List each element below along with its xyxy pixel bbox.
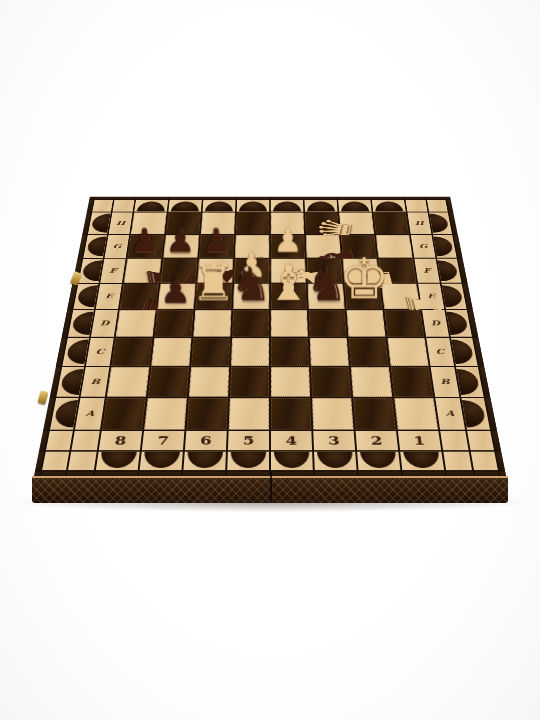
border-corner-cell [113, 200, 135, 211]
square-d4[interactable] [232, 310, 269, 337]
border-scallop-cell [451, 338, 478, 366]
scallop-motif [76, 286, 98, 308]
board-outer-edge [203, 197, 235, 200]
border-scallop-cell [372, 200, 406, 211]
rank-label-G: G [105, 235, 130, 258]
board-outer-edge [95, 197, 114, 200]
square-h2[interactable] [391, 367, 434, 397]
scallop-motif [446, 312, 469, 335]
board-outer-edge [35, 452, 44, 471]
scallop-motif [456, 369, 480, 395]
rank-label-C: C [426, 338, 454, 366]
chess-board: H♛HG♟♟♟♚♟♝GF♜♛♝♟♝♟♞FE♜♟♜♞♝♞♚♜EDDCCBBAA87… [34, 197, 506, 476]
border-scallop-cell [271, 200, 304, 211]
dark-pawn[interactable]: ♟ [202, 224, 231, 257]
rank-label-A: A [75, 398, 105, 429]
board-outer-edge [56, 338, 66, 366]
file-label-8: 8 [99, 431, 142, 450]
dark-pawn[interactable]: ♟ [160, 274, 191, 308]
rank-label-F: F [100, 259, 125, 283]
scallop-motif [462, 400, 487, 427]
file-label-7: 7 [142, 431, 185, 450]
file-label-2: 2 [356, 431, 399, 450]
scallop-motif [81, 260, 102, 281]
border-scallop-cell [437, 259, 461, 283]
square-g1[interactable] [353, 398, 396, 429]
brass-clasp-icon [37, 390, 48, 405]
border-scallop-cell [456, 367, 484, 397]
scallop-motif [438, 260, 459, 281]
border-scallop-cell [183, 452, 225, 471]
border-corner-cell [467, 431, 494, 450]
square-d3[interactable] [231, 338, 269, 366]
border-scallop-cell [88, 212, 111, 234]
square-g8[interactable]: ♛ [339, 212, 374, 234]
border-corner-cell [443, 452, 472, 471]
square-e4[interactable] [271, 310, 308, 337]
square-a5[interactable]: ♜ [120, 284, 159, 309]
border-scallop-cell [446, 310, 472, 337]
rank-label-D: D [91, 310, 118, 337]
border-corner-cell [92, 200, 113, 211]
square-c1[interactable] [186, 398, 228, 429]
scallop-motif [307, 202, 335, 212]
border-scallop-cell [442, 284, 467, 309]
border-scallop-cell [237, 200, 270, 211]
scallop-motif [239, 202, 267, 212]
border-corner-cell [46, 431, 73, 450]
scallop-motif [99, 452, 137, 468]
rank-label-C: C [86, 338, 114, 366]
rank-label-B: B [431, 367, 460, 397]
board-grid: H♛HG♟♟♟♚♟♝GF♜♛♝♟♝♟♞FE♜♟♜♞♝♞♚♜EDDCCBBAA87… [34, 197, 506, 476]
scallop-motif [274, 452, 310, 468]
square-g3[interactable] [349, 338, 389, 366]
square-f2[interactable] [311, 367, 351, 397]
file-label-5: 5 [228, 431, 269, 450]
square-f1[interactable] [312, 398, 354, 429]
scallop-motif [86, 237, 107, 257]
square-g4[interactable] [346, 310, 385, 337]
board-outer-edge [496, 452, 505, 471]
border-scallop-cell [56, 367, 84, 397]
rank-label-F: F [414, 259, 439, 283]
file-label-3: 3 [313, 431, 355, 450]
file-label-6: 6 [185, 431, 227, 450]
light-king[interactable]: ♚ [339, 251, 390, 308]
border-scallop-cell [96, 452, 140, 471]
square-b3[interactable] [151, 338, 191, 366]
board-outer-edge [304, 197, 336, 200]
square-e3[interactable] [271, 338, 309, 366]
scallop-motif [403, 452, 441, 468]
scallop-motif [143, 452, 180, 468]
scallop-motif [341, 202, 370, 212]
border-scallop-cell [429, 212, 452, 234]
border-corner-cell [406, 200, 428, 211]
square-d2[interactable] [230, 367, 269, 397]
square-h1[interactable] [394, 398, 438, 429]
border-scallop-cell [140, 452, 183, 471]
square-c3[interactable] [191, 338, 230, 366]
board-outer-edge [338, 197, 370, 200]
scallop-motif [451, 340, 474, 364]
square-a2[interactable] [107, 367, 150, 397]
square-e5[interactable]: ♝ [271, 284, 307, 309]
rank-label-B: B [81, 367, 110, 397]
border-scallop-cell [314, 452, 356, 471]
board-outer-edge [447, 200, 453, 211]
square-b4[interactable] [154, 310, 193, 337]
rank-label-A: A [435, 398, 465, 429]
square-g5[interactable]: ♚ [344, 284, 382, 309]
rank-label-E: E [418, 284, 444, 309]
border-corner-cell [42, 452, 69, 471]
rank-label-E: E [96, 284, 122, 309]
scallop-motif [360, 452, 397, 468]
board-outer-edge [474, 338, 484, 366]
light-bishop[interactable]: ♝ [267, 259, 311, 308]
rank-label-H: H [109, 212, 133, 234]
file-label-4: 4 [271, 431, 312, 450]
scallop-motif [317, 452, 354, 468]
scallop-motif [273, 202, 301, 212]
square-f4[interactable] [309, 310, 347, 337]
board-outer-edge [170, 197, 202, 200]
square-h3[interactable] [387, 338, 428, 366]
board-outer-edge [237, 197, 269, 200]
scallop-motif [171, 202, 200, 212]
border-scallop-cell [62, 338, 89, 366]
board-outer-edge [426, 197, 445, 200]
border-scallop-cell [338, 200, 371, 211]
border-scallop-cell [168, 200, 201, 211]
scallop-motif [59, 369, 83, 395]
border-scallop-cell [79, 259, 103, 283]
board-outer-edge [89, 197, 93, 200]
scallop-motif [374, 202, 403, 212]
border-scallop-cell [433, 235, 457, 258]
border-scallop-cell [304, 200, 337, 211]
square-d8[interactable] [236, 212, 269, 234]
square-d5[interactable]: ♞ [233, 284, 269, 309]
rank-label-G: G [411, 235, 436, 258]
rank-label-D: D [422, 310, 449, 337]
scallop-motif [65, 340, 88, 364]
square-f3[interactable] [310, 338, 349, 366]
scallop-motif [187, 452, 224, 468]
chess-set-photo: H♛HG♟♟♟♚♟♝GF♜♛♝♟♝♟♞FE♜♟♜♞♝♞♚♜EDDCCBBAA87… [0, 0, 540, 720]
border-corner-cell [71, 431, 99, 450]
scallop-motif [230, 452, 266, 468]
square-c2[interactable] [189, 367, 229, 397]
border-scallop-cell [50, 398, 79, 429]
scallop-motif [53, 400, 78, 427]
border-scallop-cell [134, 200, 168, 211]
photo-backdrop: H♛HG♟♟♟♚♟♝GF♜♛♝♟♝♟♞FE♜♟♜♞♝♞♚♜EDDCCBBAA87… [0, 0, 540, 720]
light-rook[interactable]: ♜ [191, 257, 236, 308]
dark-knight[interactable]: ♞ [230, 262, 272, 308]
board-outer-edge [458, 259, 467, 283]
dark-pawn[interactable]: ♟ [130, 224, 159, 257]
board-outer-edge [372, 197, 404, 200]
square-c5[interactable]: ♜ [195, 284, 232, 309]
border-corner-cell [427, 200, 448, 211]
scallop-motif [91, 214, 111, 233]
square-d1[interactable] [229, 398, 269, 429]
square-c4[interactable] [193, 310, 231, 337]
square-a6[interactable]: ♜ [124, 259, 162, 283]
border-scallop-cell [227, 452, 269, 471]
light-pawn[interactable]: ♟ [273, 224, 302, 257]
square-h8[interactable] [373, 212, 409, 234]
square-b1[interactable] [144, 398, 187, 429]
scallop-motif [442, 286, 464, 308]
square-b2[interactable] [148, 367, 189, 397]
scallop-motif [429, 214, 449, 233]
square-e1[interactable] [271, 398, 311, 429]
square-a4[interactable] [116, 310, 156, 337]
board-outer-edge [446, 197, 450, 200]
border-corner-cell [440, 431, 468, 450]
square-h4[interactable] [384, 310, 424, 337]
border-corner-cell [68, 452, 97, 471]
border-scallop-cell [83, 235, 107, 258]
scallop-motif [137, 202, 166, 212]
square-e2[interactable] [271, 367, 310, 397]
border-scallop-cell [357, 452, 400, 471]
file-label-1: 1 [398, 431, 441, 450]
board-shadow [18, 498, 522, 512]
rank-label-H: H [407, 212, 431, 234]
border-scallop-cell [203, 200, 236, 211]
board-outer-edge [405, 197, 425, 200]
square-g2[interactable] [351, 367, 392, 397]
board-outer-edge [271, 197, 303, 200]
square-a1[interactable] [102, 398, 146, 429]
scallop-motif [71, 312, 94, 335]
border-corner-cell [471, 452, 498, 471]
scallop-motif [433, 237, 454, 257]
scallop-motif [205, 202, 233, 212]
border-scallop-cell [271, 452, 313, 471]
border-scallop-cell [73, 284, 98, 309]
dark-pawn[interactable]: ♟ [166, 224, 195, 257]
square-a7[interactable]: ♟ [127, 235, 164, 258]
board-outer-edge [136, 197, 168, 200]
border-scallop-cell [400, 452, 444, 471]
square-a3[interactable] [111, 338, 152, 366]
border-scallop-cell [68, 310, 94, 337]
board-outer-edge [115, 197, 135, 200]
